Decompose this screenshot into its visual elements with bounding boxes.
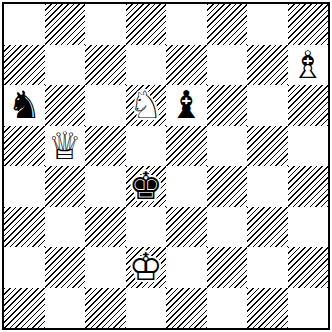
square-e5[interactable] [166,126,207,167]
white-bishop-glyph: ♗ [288,45,329,86]
square-c3[interactable] [85,207,126,248]
square-b7[interactable] [45,45,86,86]
square-c2[interactable] [85,247,126,288]
piece-black-knight[interactable]: ♞♞ [4,85,45,126]
square-f6[interactable] [207,85,248,126]
square-b8[interactable] [45,4,86,45]
square-b2[interactable] [45,247,86,288]
square-c1[interactable] [85,288,126,329]
square-h5[interactable] [288,126,329,167]
square-a5[interactable] [4,126,45,167]
square-c4[interactable] [85,166,126,207]
square-a1[interactable] [4,288,45,329]
piece-white-bishop[interactable]: ♝♗ [288,45,329,86]
square-d5[interactable] [126,126,167,167]
square-b4[interactable] [45,166,86,207]
square-e6[interactable]: ♝♝ [166,85,207,126]
square-e1[interactable] [166,288,207,329]
square-f1[interactable] [207,288,248,329]
square-g6[interactable] [247,85,288,126]
square-h1[interactable] [288,288,329,329]
white-king-glyph: ♔ [126,247,167,288]
square-h8[interactable] [288,4,329,45]
square-e3[interactable] [166,207,207,248]
square-d7[interactable] [126,45,167,86]
black-knight-glyph: ♞ [4,85,45,126]
square-d2[interactable]: ♚♔ [126,247,167,288]
piece-white-knight[interactable]: ♞♘ [126,85,167,126]
square-d4[interactable]: ♚♚ [126,166,167,207]
square-b3[interactable] [45,207,86,248]
square-g7[interactable] [247,45,288,86]
square-d6[interactable]: ♞♘ [126,85,167,126]
square-h6[interactable] [288,85,329,126]
square-g1[interactable] [247,288,288,329]
piece-black-king[interactable]: ♚♚ [126,166,167,207]
square-f4[interactable] [207,166,248,207]
square-a6[interactable]: ♞♞ [4,85,45,126]
square-a8[interactable] [4,4,45,45]
square-e2[interactable] [166,247,207,288]
square-f3[interactable] [207,207,248,248]
square-h3[interactable] [288,207,329,248]
square-f2[interactable] [207,247,248,288]
square-d3[interactable] [126,207,167,248]
square-h4[interactable] [288,166,329,207]
square-a4[interactable] [4,166,45,207]
square-h2[interactable] [288,247,329,288]
piece-white-king[interactable]: ♚♔ [126,247,167,288]
square-g3[interactable] [247,207,288,248]
square-c6[interactable] [85,85,126,126]
board-frame: ♝♗♞♞♞♘♝♝♛♕♚♚♚♔ [2,2,330,330]
square-c7[interactable] [85,45,126,86]
square-d1[interactable] [126,288,167,329]
square-a7[interactable] [4,45,45,86]
white-queen-glyph: ♕ [45,126,86,167]
square-c8[interactable] [85,4,126,45]
piece-white-queen[interactable]: ♛♕ [45,126,86,167]
black-bishop-glyph: ♝ [166,85,207,126]
black-king-glyph: ♚ [126,166,167,207]
square-g4[interactable] [247,166,288,207]
square-b5[interactable]: ♛♕ [45,126,86,167]
square-a3[interactable] [4,207,45,248]
chessboard: ♝♗♞♞♞♘♝♝♛♕♚♚♚♔ [4,4,328,328]
square-g8[interactable] [247,4,288,45]
square-a2[interactable] [4,247,45,288]
white-knight-glyph: ♘ [126,85,167,126]
square-c5[interactable] [85,126,126,167]
square-b1[interactable] [45,288,86,329]
square-f5[interactable] [207,126,248,167]
square-f7[interactable] [207,45,248,86]
square-f8[interactable] [207,4,248,45]
square-g5[interactable] [247,126,288,167]
piece-black-bishop[interactable]: ♝♝ [166,85,207,126]
square-d8[interactable] [126,4,167,45]
square-e8[interactable] [166,4,207,45]
square-b6[interactable] [45,85,86,126]
square-g2[interactable] [247,247,288,288]
square-e7[interactable] [166,45,207,86]
chess-diagram: ♝♗♞♞♞♘♝♝♛♕♚♚♚♔ [0,0,332,332]
square-e4[interactable] [166,166,207,207]
square-h7[interactable]: ♝♗ [288,45,329,86]
